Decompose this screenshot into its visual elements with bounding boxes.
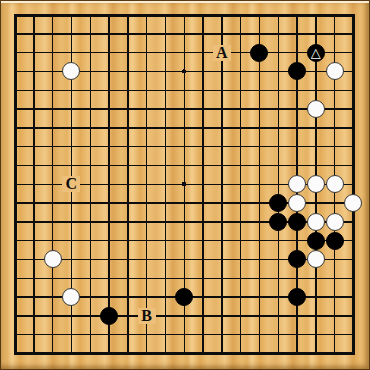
black-stone [269, 213, 287, 231]
black-stone: △ [307, 44, 325, 62]
triangle-marker-icon: △ [311, 46, 321, 59]
white-stone [307, 213, 325, 231]
white-stone [288, 194, 306, 212]
white-stone [307, 100, 325, 118]
move-label-a[interactable]: A [213, 45, 231, 61]
white-stone [307, 175, 325, 193]
black-stone [307, 232, 325, 250]
move-label-b[interactable]: B [138, 308, 156, 324]
go-board[interactable]: △ABC [0, 0, 370, 370]
black-stone [250, 44, 268, 62]
black-stone [100, 307, 118, 325]
white-stone [326, 175, 344, 193]
black-stone [326, 232, 344, 250]
white-stone [326, 213, 344, 231]
white-stone [326, 62, 344, 80]
black-stone [288, 213, 306, 231]
black-stone [288, 288, 306, 306]
move-label-c[interactable]: C [62, 176, 80, 192]
white-stone [44, 250, 62, 268]
